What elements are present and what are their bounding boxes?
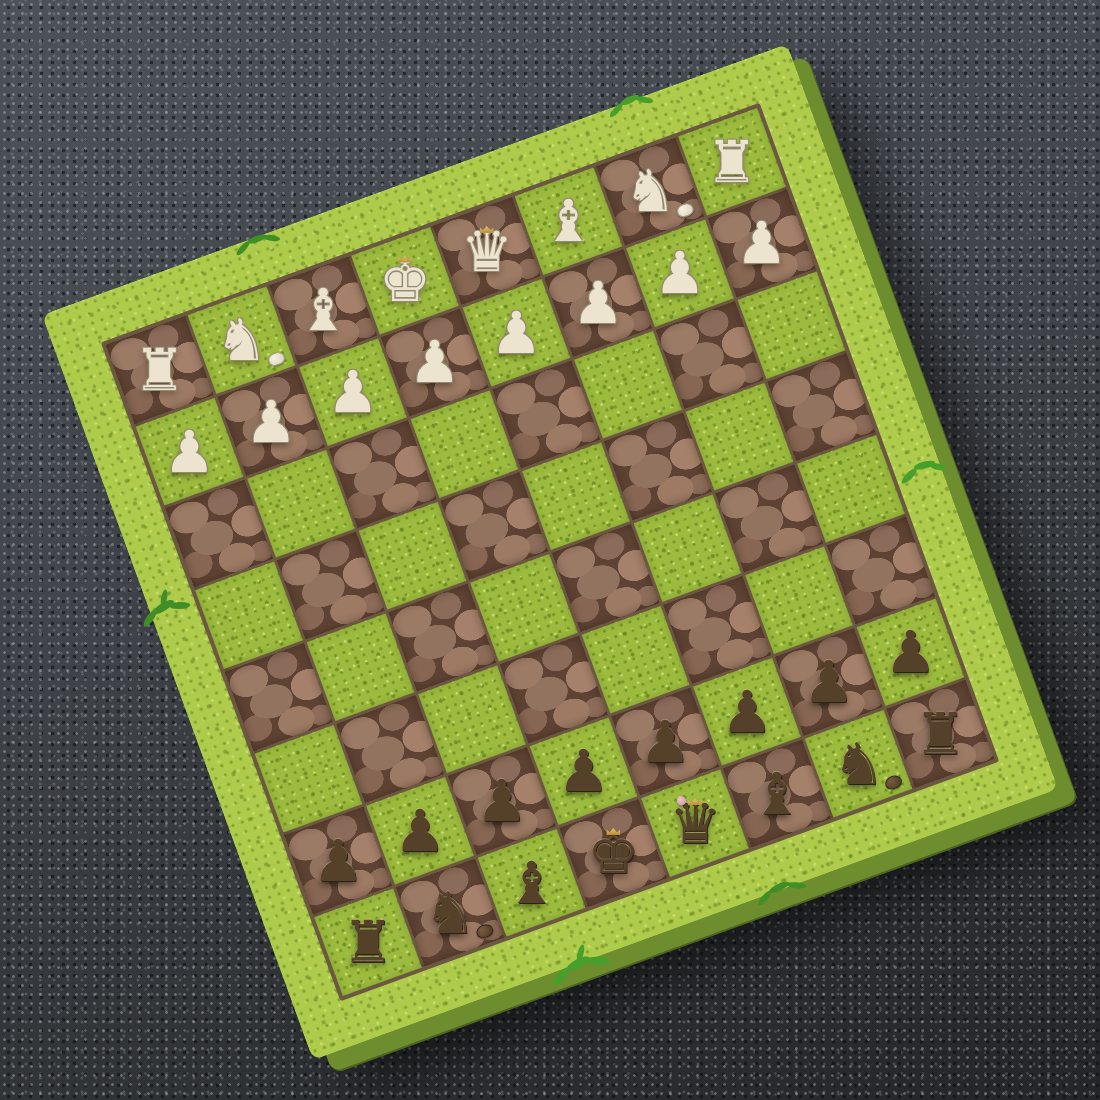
piece-brown-knight: ♞	[833, 735, 885, 793]
piece-brown-pawn: ♟	[476, 772, 528, 830]
carpet-background: ♜♞♝♚♛♝♞♜♟♟♟♟♟♟♟♟♟♟♟♟♟♟♟♟♜♞♝♚♛♝♞♜	[0, 0, 1100, 1100]
grass-tuft-icon	[542, 934, 619, 988]
piece-brown-bishop: ♝	[506, 854, 558, 912]
piece-white-pawn: ♟	[736, 214, 788, 272]
piece-brown-pawn: ♟	[721, 683, 773, 741]
piece-brown-pawn: ♟	[639, 713, 691, 771]
piece-brown-pawn: ♟	[394, 802, 446, 860]
piece-brown-pawn: ♟	[885, 623, 937, 681]
companion-lamb	[883, 773, 903, 791]
companion-lamb	[266, 350, 286, 368]
piece-brown-rook: ♜	[342, 913, 394, 971]
chess-board: ♜♞♝♚♛♝♞♜♟♟♟♟♟♟♟♟♟♟♟♟♟♟♟♟♜♞♝♚♛♝♞♜	[42, 44, 1058, 1060]
piece-white-pawn: ♟	[409, 333, 461, 391]
piece-white-pawn: ♟	[245, 393, 297, 451]
piece-white-rook: ♜	[134, 341, 186, 399]
grass-tuft-icon	[749, 862, 815, 909]
piece-brown-king: ♚	[587, 824, 639, 882]
piece-brown-queen: ♛	[669, 794, 721, 852]
piece-white-bishop: ♝	[297, 281, 349, 339]
piece-white-rook: ♜	[706, 133, 758, 191]
companion-lamb	[675, 201, 695, 219]
piece-brown-pawn: ♟	[803, 653, 855, 711]
piece-white-king: ♚	[379, 252, 431, 310]
piece-white-pawn: ♟	[654, 244, 706, 302]
grass-tuft-icon	[600, 80, 661, 123]
piece-white-pawn: ♟	[327, 363, 379, 421]
piece-white-pawn: ♟	[163, 423, 215, 481]
companion-lamb	[475, 922, 495, 940]
grass-tuft-icon	[133, 581, 200, 630]
piece-brown-bishop: ♝	[751, 765, 803, 823]
piece-white-pawn: ♟	[572, 274, 624, 332]
piece-white-knight: ♞	[624, 162, 676, 220]
piece-brown-knight: ♞	[424, 884, 476, 942]
grass-tuft-icon	[892, 444, 953, 489]
piece-white-knight: ♞	[215, 311, 267, 369]
piece-brown-rook: ♜	[914, 705, 966, 763]
grass-tuft-icon	[226, 218, 287, 261]
piece-brown-pawn: ♟	[312, 832, 364, 890]
piece-white-bishop: ♝	[542, 192, 594, 250]
piece-brown-pawn: ♟	[558, 742, 610, 800]
piece-white-pawn: ♟	[490, 304, 542, 362]
piece-white-queen: ♛	[461, 222, 513, 280]
board-tilt-wrapper: ♜♞♝♚♛♝♞♜♟♟♟♟♟♟♟♟♟♟♟♟♟♟♟♟♜♞♝♚♛♝♞♜	[42, 44, 1058, 1060]
